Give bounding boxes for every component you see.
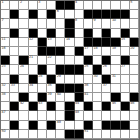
clue-number: 18 <box>93 47 97 51</box>
cell-r14c2[interactable] <box>19 130 28 139</box>
cell-r2c10[interactable]: 9 <box>93 19 102 28</box>
clue-number: 30 <box>93 75 97 79</box>
cell-r10c3[interactable] <box>29 93 38 102</box>
block-r11c1 <box>10 102 19 111</box>
clue-number: 4 <box>75 1 77 5</box>
cell-r2c8[interactable]: 8 <box>75 19 84 28</box>
cell-r7c2[interactable]: 24 <box>19 65 28 74</box>
clue-number: 17 <box>84 47 88 51</box>
cell-r3c8[interactable] <box>75 29 84 38</box>
cell-r6c5[interactable]: 22 <box>47 56 56 65</box>
clue-number: 5 <box>130 1 132 5</box>
block-r11c3 <box>29 102 38 111</box>
cell-r0c3[interactable] <box>29 1 38 10</box>
cell-r13c8[interactable] <box>75 121 84 130</box>
block-r13c11 <box>102 121 111 130</box>
block-r7c8 <box>75 65 84 74</box>
block-r1c9 <box>84 10 93 19</box>
cell-r0c9[interactable] <box>84 1 93 10</box>
cell-r14c9[interactable]: 51 <box>84 130 93 139</box>
block-r4c4 <box>38 38 47 47</box>
clue-number: 42 <box>20 102 24 106</box>
clue-number: 26 <box>103 65 107 69</box>
clue-number: 45 <box>112 102 116 106</box>
cell-r14c14[interactable] <box>130 130 139 139</box>
cell-r7c3[interactable] <box>29 65 38 74</box>
cell-r6c12[interactable] <box>111 56 120 65</box>
block-r4c14 <box>130 38 139 47</box>
cell-r1c4[interactable] <box>38 10 47 19</box>
cell-r7c13[interactable]: 27 <box>121 65 130 74</box>
block-r4c12 <box>111 38 120 47</box>
cell-r2c6[interactable] <box>56 19 65 28</box>
cell-r12c2[interactable] <box>19 111 28 120</box>
block-r3c5 <box>47 29 56 38</box>
cell-r4c6[interactable] <box>56 38 65 47</box>
cell-r1c2[interactable] <box>19 10 28 19</box>
cell-r12c4[interactable] <box>38 111 47 120</box>
cell-r12c12[interactable] <box>111 111 120 120</box>
block-r14c7 <box>65 130 74 139</box>
cell-r12c3[interactable] <box>29 111 38 120</box>
cell-r2c1[interactable] <box>10 19 19 28</box>
cell-r3c14[interactable] <box>130 29 139 38</box>
cell-r5c1[interactable] <box>10 47 19 56</box>
cell-r8c4[interactable]: 28 <box>38 75 47 84</box>
cell-r4c8[interactable] <box>75 38 84 47</box>
cell-r0c5[interactable] <box>47 1 56 10</box>
cell-r6c6[interactable] <box>56 56 65 65</box>
cell-r6c8[interactable] <box>75 56 84 65</box>
cell-r11c6[interactable] <box>56 102 65 111</box>
cell-r3c6[interactable] <box>56 29 65 38</box>
cell-r11c10[interactable] <box>93 102 102 111</box>
cell-r6c10[interactable] <box>93 56 102 65</box>
block-r8c5 <box>47 75 56 84</box>
clue-number: 12 <box>29 38 33 42</box>
clue-number: 47 <box>2 111 6 115</box>
cell-r0c12[interactable] <box>111 1 120 10</box>
cell-r14c11[interactable] <box>102 130 111 139</box>
cell-r5c13[interactable] <box>121 47 130 56</box>
block-r1c1 <box>10 10 19 19</box>
block-r13c3 <box>29 121 38 130</box>
clue-number: 44 <box>75 102 79 106</box>
block-r4c9 <box>84 38 93 47</box>
clue-number: 23 <box>2 65 6 69</box>
crossword-page: 1234567891011121314151617181920212223242… <box>0 0 140 140</box>
cell-r2c12[interactable]: 10 <box>111 19 120 28</box>
cell-r1c0[interactable] <box>1 10 10 19</box>
cell-r8c0[interactable] <box>1 75 10 84</box>
clue-number: 20 <box>130 47 134 51</box>
cell-r5c2[interactable] <box>19 47 28 56</box>
cell-r12c13[interactable] <box>121 111 130 120</box>
cell-r0c4[interactable]: 3 <box>38 1 47 10</box>
crossword-grid: 1234567891011121314151617181920212223242… <box>0 0 140 140</box>
cell-r11c0[interactable] <box>1 102 10 111</box>
clue-number: 40 <box>57 93 61 97</box>
cell-r11c14[interactable]: 46 <box>130 102 139 111</box>
cell-r0c13[interactable] <box>121 1 130 10</box>
clue-number: 11 <box>2 38 6 42</box>
cell-r6c1[interactable] <box>10 56 19 65</box>
cell-r13c7[interactable] <box>65 121 74 130</box>
block-r3c9 <box>84 29 93 38</box>
cell-r0c8[interactable]: 4 <box>75 1 84 10</box>
clue-number: 2 <box>20 1 22 5</box>
clue-number: 3 <box>38 1 40 5</box>
cell-r7c12[interactable] <box>111 65 120 74</box>
block-r6c0 <box>1 56 10 65</box>
cell-r4c5[interactable]: 13 <box>47 38 56 47</box>
cell-r7c1[interactable] <box>10 65 19 74</box>
cell-r10c13[interactable] <box>121 93 130 102</box>
cell-r9c9[interactable]: 36 <box>84 84 93 93</box>
clue-number: 7 <box>2 19 4 23</box>
clue-number: 33 <box>11 84 15 88</box>
cell-r2c4[interactable] <box>38 19 47 28</box>
block-r10c8 <box>75 93 84 102</box>
block-r11c13 <box>121 102 130 111</box>
cell-r1c8[interactable] <box>75 10 84 19</box>
block-r14c8 <box>75 130 84 139</box>
cell-r0c14[interactable]: 5 <box>130 1 139 10</box>
cell-r9c14[interactable] <box>130 84 139 93</box>
clue-number: 1 <box>2 1 4 5</box>
cell-r14c6[interactable] <box>56 130 65 139</box>
cell-r4c13[interactable]: 15 <box>121 38 130 47</box>
block-r6c9 <box>84 56 93 65</box>
cell-r14c1[interactable] <box>10 130 19 139</box>
cell-r13c0[interactable] <box>1 121 10 130</box>
block-r1c11 <box>102 10 111 19</box>
block-r5c5 <box>47 47 56 56</box>
cell-r2c0[interactable]: 7 <box>1 19 10 28</box>
cell-r4c7[interactable]: 14 <box>65 38 74 47</box>
block-r7c10 <box>93 65 102 74</box>
cell-r9c13[interactable] <box>121 84 130 93</box>
cell-r11c12[interactable]: 45 <box>111 102 120 111</box>
block-r3c3 <box>29 29 38 38</box>
block-r3c11 <box>102 29 111 38</box>
cell-r3c12[interactable] <box>111 29 120 38</box>
clue-number: 29 <box>57 75 61 79</box>
block-r10c4 <box>38 93 47 102</box>
cell-r11c4[interactable]: 43 <box>38 102 47 111</box>
cell-r3c0[interactable] <box>1 29 10 38</box>
cell-r8c2[interactable] <box>19 75 28 84</box>
cell-r1c6[interactable]: 6 <box>56 10 65 19</box>
clue-number: 31 <box>112 75 116 79</box>
cell-r2c3[interactable] <box>29 19 38 28</box>
clue-number: 27 <box>121 65 125 69</box>
cell-r2c13[interactable] <box>121 19 130 28</box>
cell-r2c9[interactable] <box>84 19 93 28</box>
cell-r12c10[interactable] <box>93 111 102 120</box>
block-r1c13 <box>121 10 130 19</box>
cell-r7c0[interactable]: 23 <box>1 65 10 74</box>
clue-number: 37 <box>103 84 107 88</box>
cell-r7c14[interactable] <box>130 65 139 74</box>
clue-number: 13 <box>47 38 51 42</box>
block-r11c7 <box>65 102 74 111</box>
block-r9c8 <box>75 84 84 93</box>
block-r13c5 <box>47 121 56 130</box>
cell-r9c0[interactable]: 32 <box>1 84 10 93</box>
block-r8c1 <box>10 75 19 84</box>
cell-r12c11[interactable] <box>102 111 111 120</box>
cell-r12c1[interactable] <box>10 111 19 120</box>
cell-r8c12[interactable]: 31 <box>111 75 120 84</box>
block-r7c6 <box>56 65 65 74</box>
block-r6c11 <box>102 56 111 65</box>
cell-r9c3[interactable]: 34 <box>29 84 38 93</box>
cell-r9c5[interactable]: 35 <box>47 84 56 93</box>
block-r1c5 <box>47 10 56 19</box>
block-r1c10 <box>93 10 102 19</box>
block-r3c7 <box>65 29 74 38</box>
cell-r9c4[interactable] <box>38 84 47 93</box>
cell-r10c7[interactable] <box>65 93 74 102</box>
clue-number: 10 <box>112 19 116 23</box>
block-r1c3 <box>29 10 38 19</box>
clue-number: 34 <box>29 84 33 88</box>
block-r5c4 <box>38 47 47 56</box>
cell-r5c14[interactable]: 20 <box>130 47 139 56</box>
cell-r13c10[interactable] <box>93 121 102 130</box>
cell-r3c2[interactable] <box>19 29 28 38</box>
block-r10c2 <box>19 93 28 102</box>
block-r0c6 <box>56 1 65 10</box>
cell-r11c2[interactable]: 42 <box>19 102 28 111</box>
cell-r6c4[interactable] <box>38 56 47 65</box>
cell-r3c10[interactable] <box>93 29 102 38</box>
block-r0c7 <box>65 1 74 10</box>
clue-number: 25 <box>84 65 88 69</box>
block-r4c11 <box>102 38 111 47</box>
cell-r13c14[interactable] <box>130 121 139 130</box>
cell-r3c4[interactable] <box>38 29 47 38</box>
cell-r0c2[interactable]: 2 <box>19 1 28 10</box>
clue-number: 46 <box>130 102 134 106</box>
clue-number: 6 <box>57 10 59 14</box>
clue-number: 41 <box>84 93 88 97</box>
cell-r14c12[interactable] <box>111 130 120 139</box>
cell-r5c3[interactable] <box>29 47 38 56</box>
block-r11c11 <box>102 102 111 111</box>
cell-r10c5[interactable]: 39 <box>47 93 56 102</box>
cell-r10c9[interactable]: 41 <box>84 93 93 102</box>
cell-r0c10[interactable] <box>93 1 102 10</box>
clue-number: 32 <box>2 84 6 88</box>
cell-r12c9[interactable] <box>84 111 93 120</box>
cell-r4c0[interactable]: 11 <box>1 38 10 47</box>
cell-r12c0[interactable]: 47 <box>1 111 10 120</box>
cell-r10c1[interactable] <box>10 93 19 102</box>
cell-r12c6[interactable] <box>56 111 65 120</box>
cell-r4c1[interactable] <box>10 38 19 47</box>
clue-number: 48 <box>75 111 79 115</box>
block-r7c4 <box>38 65 47 74</box>
block-r4c10 <box>93 38 102 47</box>
cell-r8c14[interactable] <box>130 75 139 84</box>
block-r6c13 <box>121 56 130 65</box>
cell-r5c7[interactable] <box>65 47 74 56</box>
cell-r1c7[interactable] <box>65 10 74 19</box>
block-r11c5 <box>47 102 56 111</box>
cell-r1c14[interactable] <box>130 10 139 19</box>
cell-r13c6[interactable]: 49 <box>56 121 65 130</box>
cell-r0c1[interactable] <box>10 1 19 10</box>
cell-r14c13[interactable] <box>121 130 130 139</box>
clue-number: 51 <box>84 130 88 134</box>
block-r12c7 <box>65 111 74 120</box>
cell-r2c5[interactable] <box>47 19 56 28</box>
block-r3c13 <box>121 29 130 38</box>
clue-number: 22 <box>47 56 51 60</box>
cell-r12c5[interactable] <box>47 111 56 120</box>
cell-r8c10[interactable]: 30 <box>93 75 102 84</box>
block-r5c6 <box>56 47 65 56</box>
cell-r8c8[interactable] <box>75 75 84 84</box>
block-r13c13 <box>121 121 130 130</box>
block-r13c9 <box>84 121 93 130</box>
block-r10c12 <box>111 93 120 102</box>
clue-number: 36 <box>84 84 88 88</box>
clue-number: 24 <box>20 65 24 69</box>
cell-r6c3[interactable]: 21 <box>29 56 38 65</box>
cell-r2c14[interactable] <box>130 19 139 28</box>
cell-r10c6[interactable]: 40 <box>56 93 65 102</box>
cell-r11c8[interactable]: 44 <box>75 102 84 111</box>
clue-number: 39 <box>47 93 51 97</box>
cell-r5c11[interactable] <box>102 47 111 56</box>
clue-number: 38 <box>2 93 6 97</box>
clue-number: 43 <box>38 102 42 106</box>
block-r7c7 <box>65 65 74 74</box>
cell-r10c0[interactable]: 38 <box>1 93 10 102</box>
clue-number: 49 <box>57 121 61 125</box>
clue-number: 21 <box>29 56 33 60</box>
clue-number: 15 <box>121 38 125 42</box>
cell-r2c11[interactable] <box>102 19 111 28</box>
block-r5c8 <box>75 47 84 56</box>
clue-number: 19 <box>112 47 116 51</box>
cell-r5c9[interactable]: 17 <box>84 47 93 56</box>
cell-r7c9[interactable]: 25 <box>84 65 93 74</box>
cell-r0c0[interactable]: 1 <box>1 1 10 10</box>
clue-number: 16 <box>2 47 6 51</box>
clue-number: 14 <box>66 38 70 42</box>
clue-number: 50 <box>2 130 6 134</box>
block-r9c7 <box>65 84 74 93</box>
clue-number: 35 <box>47 84 51 88</box>
cell-r4c3[interactable]: 12 <box>29 38 38 47</box>
clue-number: 8 <box>75 19 77 23</box>
block-r10c14 <box>130 93 139 102</box>
cell-r14c3[interactable] <box>29 130 38 139</box>
cell-r9c10[interactable] <box>93 84 102 93</box>
block-r8c3 <box>29 75 38 84</box>
block-r9c6 <box>56 84 65 93</box>
cell-r5c0[interactable]: 16 <box>1 47 10 56</box>
cell-r6c7[interactable] <box>65 56 74 65</box>
cell-r8c7[interactable] <box>65 75 74 84</box>
block-r8c11 <box>102 75 111 84</box>
cell-r13c4[interactable] <box>38 121 47 130</box>
cell-r7c5[interactable] <box>47 65 56 74</box>
cell-r4c2[interactable] <box>19 38 28 47</box>
cell-r9c11[interactable]: 37 <box>102 84 111 93</box>
cell-r13c2[interactable] <box>19 121 28 130</box>
cell-r9c12[interactable] <box>111 84 120 93</box>
clue-number: 9 <box>93 19 95 23</box>
block-r3c1 <box>10 29 19 38</box>
cell-r6c14[interactable] <box>130 56 139 65</box>
cell-r8c13[interactable] <box>121 75 130 84</box>
block-r13c1 <box>10 121 19 130</box>
cell-r12c14[interactable] <box>130 111 139 120</box>
cell-r2c2[interactable] <box>19 19 28 28</box>
cell-r5c12[interactable]: 19 <box>111 47 120 56</box>
clue-number: 28 <box>38 75 42 79</box>
cell-r14c4[interactable] <box>38 130 47 139</box>
cell-r0c11[interactable] <box>102 1 111 10</box>
cell-r12c8[interactable]: 48 <box>75 111 84 120</box>
block-r1c12 <box>111 10 120 19</box>
cell-r14c10[interactable] <box>93 130 102 139</box>
cell-r9c1[interactable]: 33 <box>10 84 19 93</box>
block-r6c2 <box>19 56 28 65</box>
cell-r10c11[interactable] <box>102 93 111 102</box>
cell-r14c5[interactable] <box>47 130 56 139</box>
cell-r5c10[interactable]: 18 <box>93 47 102 56</box>
cell-r7c11[interactable]: 26 <box>102 65 111 74</box>
cell-r9c2[interactable] <box>19 84 28 93</box>
cell-r10c10[interactable] <box>93 93 102 102</box>
block-r13c12 <box>111 121 120 130</box>
cell-r14c0[interactable]: 50 <box>1 130 10 139</box>
block-r2c7 <box>65 19 74 28</box>
cell-r8c9[interactable] <box>84 75 93 84</box>
block-r11c9 <box>84 102 93 111</box>
cell-r8c6[interactable]: 29 <box>56 75 65 84</box>
